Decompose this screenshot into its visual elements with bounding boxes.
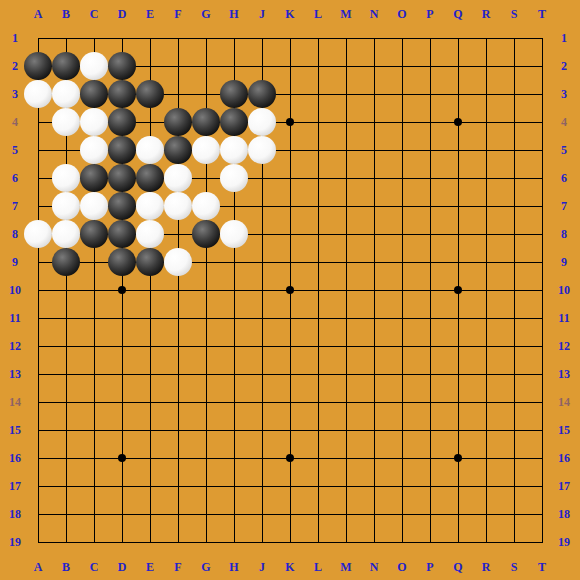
stone-white-F6: [164, 164, 192, 192]
coord-left-8: 8: [12, 228, 18, 240]
grid-hline: [38, 318, 543, 319]
grid-vline: [402, 38, 403, 543]
coord-top-S: S: [511, 8, 518, 20]
grid-hline: [38, 346, 543, 347]
coord-bottom-J: J: [259, 561, 265, 573]
coord-top-H: H: [229, 8, 238, 20]
coord-left-15: 15: [9, 424, 21, 436]
coord-top-A: A: [34, 8, 43, 20]
coord-bottom-B: B: [62, 561, 70, 573]
coord-bottom-S: S: [511, 561, 518, 573]
stone-black-F4: [164, 108, 192, 136]
coord-right-4: 4: [561, 116, 567, 128]
star-point-D10: [118, 286, 126, 294]
stone-white-C7: [80, 192, 108, 220]
stone-white-B3: [52, 80, 80, 108]
coord-left-4: 4: [12, 116, 18, 128]
coord-top-E: E: [146, 8, 154, 20]
grid-hline: [38, 514, 543, 515]
stone-white-H8: [220, 220, 248, 248]
stone-black-B2: [52, 52, 80, 80]
stone-white-B4: [52, 108, 80, 136]
grid-hline: [38, 430, 543, 431]
star-point-D16: [118, 454, 126, 462]
coord-bottom-T: T: [538, 561, 546, 573]
coord-top-G: G: [201, 8, 210, 20]
stone-black-C6: [80, 164, 108, 192]
stone-white-J4: [248, 108, 276, 136]
stone-black-D3: [108, 80, 136, 108]
coord-bottom-A: A: [34, 561, 43, 573]
stone-black-D5: [108, 136, 136, 164]
coord-right-3: 3: [561, 88, 567, 100]
coord-bottom-L: L: [314, 561, 322, 573]
star-point-Q4: [454, 118, 462, 126]
stone-black-D4: [108, 108, 136, 136]
coord-top-L: L: [314, 8, 322, 20]
coord-top-R: R: [482, 8, 491, 20]
coord-left-2: 2: [12, 60, 18, 72]
stone-black-E6: [136, 164, 164, 192]
coord-top-C: C: [90, 8, 99, 20]
stone-black-H4: [220, 108, 248, 136]
star-point-K10: [286, 286, 294, 294]
coord-left-10: 10: [9, 284, 21, 296]
coord-right-2: 2: [561, 60, 567, 72]
coord-left-3: 3: [12, 88, 18, 100]
star-point-Q16: [454, 454, 462, 462]
coord-right-7: 7: [561, 200, 567, 212]
stone-white-E8: [136, 220, 164, 248]
coord-bottom-N: N: [370, 561, 379, 573]
grid-hline: [38, 402, 543, 403]
stone-white-G5: [192, 136, 220, 164]
stone-black-F5: [164, 136, 192, 164]
go-client-window: AABBCCDDEEFFGGHHJJKKLLMMNNOOPPQQRRSSTT11…: [0, 0, 580, 580]
coord-left-7: 7: [12, 200, 18, 212]
stone-white-A8: [24, 220, 52, 248]
stone-black-G8: [192, 220, 220, 248]
coord-top-O: O: [397, 8, 406, 20]
stone-black-J3: [248, 80, 276, 108]
stone-white-F7: [164, 192, 192, 220]
grid-hline: [38, 542, 543, 543]
grid-vline: [542, 38, 543, 543]
stone-white-A3: [24, 80, 52, 108]
coord-left-5: 5: [12, 144, 18, 156]
stone-white-C5: [80, 136, 108, 164]
coord-right-9: 9: [561, 256, 567, 268]
stone-black-G4: [192, 108, 220, 136]
stone-white-G7: [192, 192, 220, 220]
coord-bottom-G: G: [201, 561, 210, 573]
coord-bottom-Q: Q: [453, 561, 462, 573]
stone-black-B9: [52, 248, 80, 276]
grid-vline: [346, 38, 347, 543]
stone-black-E3: [136, 80, 164, 108]
grid-vline: [430, 38, 431, 543]
coord-top-T: T: [538, 8, 546, 20]
grid-vline: [486, 38, 487, 543]
coord-top-N: N: [370, 8, 379, 20]
grid-hline: [38, 486, 543, 487]
stone-white-E7: [136, 192, 164, 220]
coord-bottom-C: C: [90, 561, 99, 573]
stone-white-J5: [248, 136, 276, 164]
stone-black-E9: [136, 248, 164, 276]
coord-top-Q: Q: [453, 8, 462, 20]
coord-right-17: 17: [558, 480, 570, 492]
stone-black-D8: [108, 220, 136, 248]
coord-bottom-M: M: [340, 561, 351, 573]
coord-left-12: 12: [9, 340, 21, 352]
coord-bottom-F: F: [174, 561, 181, 573]
star-point-K16: [286, 454, 294, 462]
coord-bottom-E: E: [146, 561, 154, 573]
grid-vline: [514, 38, 515, 543]
coord-top-P: P: [426, 8, 433, 20]
stone-black-D2: [108, 52, 136, 80]
stone-black-A2: [24, 52, 52, 80]
coord-top-D: D: [118, 8, 127, 20]
coord-bottom-K: K: [285, 561, 294, 573]
coord-right-15: 15: [558, 424, 570, 436]
coord-right-11: 11: [558, 312, 569, 324]
coord-top-B: B: [62, 8, 70, 20]
coord-bottom-H: H: [229, 561, 238, 573]
coord-right-1: 1: [561, 32, 567, 44]
star-point-K4: [286, 118, 294, 126]
coord-bottom-P: P: [426, 561, 433, 573]
coord-right-18: 18: [558, 508, 570, 520]
coord-right-10: 10: [558, 284, 570, 296]
coord-left-1: 1: [12, 32, 18, 44]
coord-left-16: 16: [9, 452, 21, 464]
coord-right-16: 16: [558, 452, 570, 464]
stone-black-C8: [80, 220, 108, 248]
coord-right-5: 5: [561, 144, 567, 156]
stone-black-D9: [108, 248, 136, 276]
stone-white-B6: [52, 164, 80, 192]
coord-left-9: 9: [12, 256, 18, 268]
stone-black-C3: [80, 80, 108, 108]
coord-bottom-D: D: [118, 561, 127, 573]
stone-white-E5: [136, 136, 164, 164]
stone-white-H5: [220, 136, 248, 164]
coord-left-14: 14: [9, 396, 21, 408]
coord-top-M: M: [340, 8, 351, 20]
coord-left-17: 17: [9, 480, 21, 492]
stone-white-B8: [52, 220, 80, 248]
coord-bottom-R: R: [482, 561, 491, 573]
coord-left-6: 6: [12, 172, 18, 184]
stone-white-C2: [80, 52, 108, 80]
stone-black-D7: [108, 192, 136, 220]
coord-top-F: F: [174, 8, 181, 20]
stone-white-C4: [80, 108, 108, 136]
stone-black-D6: [108, 164, 136, 192]
coord-left-18: 18: [9, 508, 21, 520]
stone-black-H3: [220, 80, 248, 108]
coord-left-13: 13: [9, 368, 21, 380]
coord-bottom-O: O: [397, 561, 406, 573]
coord-right-6: 6: [561, 172, 567, 184]
stone-white-F9: [164, 248, 192, 276]
coord-top-J: J: [259, 8, 265, 20]
grid-vline: [318, 38, 319, 543]
coord-right-13: 13: [558, 368, 570, 380]
coord-right-14: 14: [558, 396, 570, 408]
coord-left-11: 11: [9, 312, 20, 324]
star-point-Q10: [454, 286, 462, 294]
coord-right-19: 19: [558, 536, 570, 548]
stone-white-B7: [52, 192, 80, 220]
stone-white-H6: [220, 164, 248, 192]
coord-left-19: 19: [9, 536, 21, 548]
coord-top-K: K: [285, 8, 294, 20]
coord-right-8: 8: [561, 228, 567, 240]
grid-vline: [374, 38, 375, 543]
grid-hline: [38, 374, 543, 375]
coord-right-12: 12: [558, 340, 570, 352]
